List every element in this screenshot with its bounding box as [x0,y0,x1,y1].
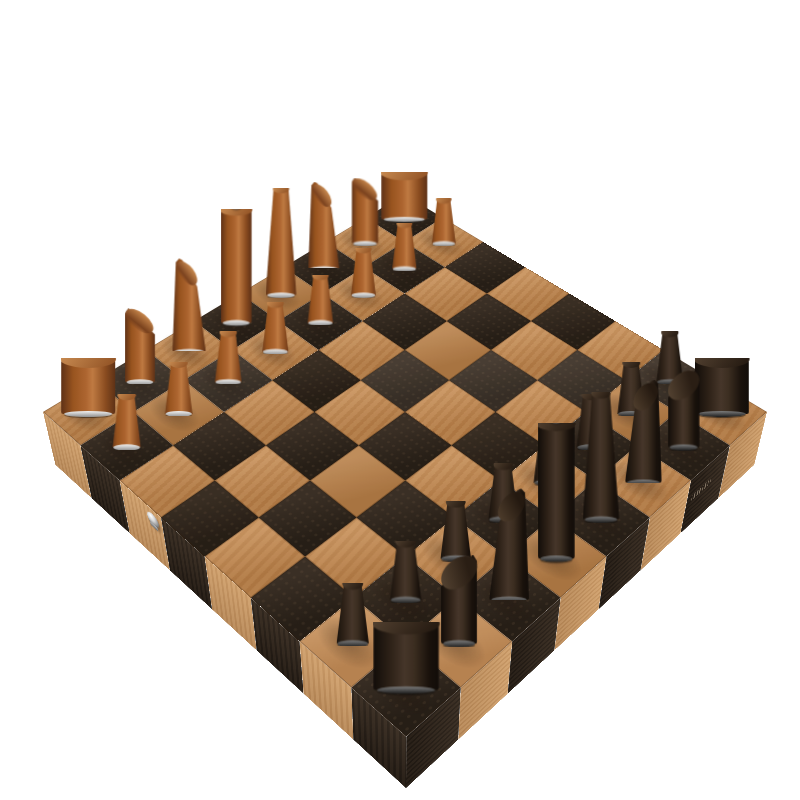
photo-background [0,0,800,800]
white-pawn-top [312,271,329,280]
white-pawn-top [170,358,188,368]
white-pawn-top [436,195,452,204]
white-pawn[interactable] [430,198,458,243]
white-king-ball [229,195,243,209]
white-queen-body [266,188,297,295]
black-knight[interactable] [441,555,477,644]
white-bishop[interactable] [308,182,339,269]
white-rook-top [381,165,428,180]
black-rook-top [373,613,440,635]
white-bishop[interactable] [172,258,205,351]
white-pawn-top [267,299,284,309]
black-knight[interactable] [668,370,700,448]
white-pawn[interactable] [306,275,336,323]
white-rook[interactable] [61,358,115,414]
white-knight[interactable] [351,178,378,244]
white-pawn-body [260,302,290,352]
white-pawn-body [306,275,336,323]
black-pawn-top [395,536,415,547]
scene [0,0,800,800]
white-pawn[interactable] [260,302,290,352]
black-king-body [538,423,575,558]
white-pawn-body [349,248,378,295]
black-pawn-top [446,497,466,508]
white-pawn[interactable] [213,331,244,382]
black-king-ball [548,407,565,424]
white-pawn-body [390,223,418,269]
black-pawn[interactable] [387,541,424,600]
white-rook[interactable] [381,172,427,220]
black-pawn-top [493,459,512,470]
black-pawn-body [334,583,372,644]
black-rook[interactable] [695,358,749,414]
white-pawn[interactable] [110,394,143,447]
white-queen[interactable] [266,188,297,295]
chess-board [43,195,767,737]
white-knight[interactable] [125,308,155,382]
white-pawn-body [430,198,458,243]
white-king[interactable] [221,209,252,323]
white-pawn[interactable] [349,248,378,295]
white-pawn-body [110,394,143,447]
black-king[interactable] [538,423,575,558]
white-pawn-body [213,331,244,382]
black-pawn-body [387,541,424,600]
white-king-body [221,209,252,323]
black-rook[interactable] [373,622,438,690]
black-rook-top [694,350,749,368]
black-bishop[interactable] [489,488,529,600]
black-queen-top [591,388,611,399]
black-bishop[interactable] [625,380,662,483]
black-pawn-top [342,578,363,590]
white-pawn-top [118,390,136,400]
white-pawn-top [219,328,236,338]
black-pawn[interactable] [334,583,372,644]
white-pawn-top [396,219,412,228]
black-queen[interactable] [583,392,620,519]
black-pawn-top [622,358,640,368]
black-pawn-top [661,328,678,338]
white-pawn[interactable] [163,362,195,414]
black-pawn-body [438,501,474,559]
white-queen-top [273,184,290,193]
black-pawn[interactable] [438,501,474,559]
board-grid [43,195,767,737]
white-pawn[interactable] [390,223,418,269]
white-rook-top [61,350,116,368]
white-pawn-top [355,244,371,253]
white-pawn-body [163,362,195,414]
black-queen-body [583,392,620,519]
